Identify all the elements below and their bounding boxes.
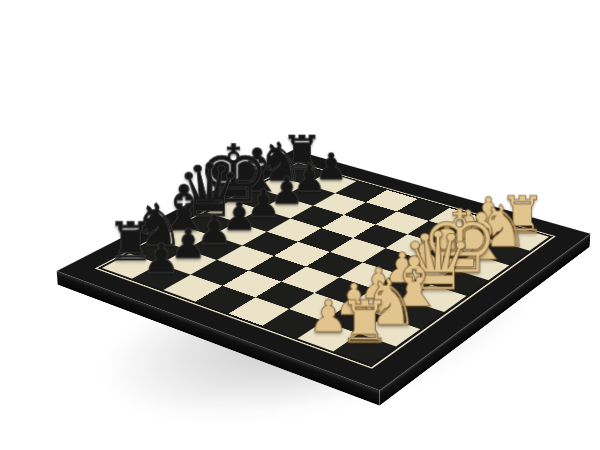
square-f1: ♝ [453, 255, 509, 281]
chessboard: ♜♞♝♛♚♝♞♜♟♟♟♟♟♟♟♟♟♟♟♟♟♟♟♟♜♞♝♛♚♝♞♜ [57, 150, 591, 391]
scene: ♜♞♝♛♚♝♞♜♟♟♟♟♟♟♟♟♟♟♟♟♟♟♟♟♜♞♝♛♚♝♞♜ [0, 0, 600, 450]
black-rook-h8: ♜ [239, 132, 365, 174]
board-border-line: ♜♞♝♛♚♝♞♜♟♟♟♟♟♟♟♟♟♟♟♟♟♟♟♟♜♞♝♛♚♝♞♜ [95, 162, 556, 369]
board-grid: ♜♞♝♛♚♝♞♜♟♟♟♟♟♟♟♟♟♟♟♟♟♟♟♟♜♞♝♛♚♝♞♜ [102, 165, 549, 365]
white-pawn-h2: ♟ [421, 194, 557, 229]
product-photo-stage: ♜♞♝♛♚♝♞♜♟♟♟♟♟♟♟♟♟♟♟♟♟♟♟♟♜♞♝♛♚♝♞♜ [0, 0, 600, 450]
square-a1: ♜ [333, 334, 396, 365]
